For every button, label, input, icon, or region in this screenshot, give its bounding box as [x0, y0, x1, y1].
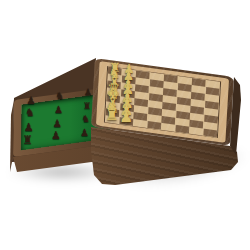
black-chess-piece: ♟	[84, 87, 92, 96]
black-chess-piece: ♜	[83, 101, 91, 110]
black-chess-piece: ♜	[22, 135, 32, 147]
black-chess-piece: ♞	[55, 91, 64, 101]
black-chess-piece: ♟	[51, 131, 61, 142]
black-chess-piece: ♟	[26, 95, 35, 106]
chess-set-product-photo: ♜♞♝♛♚♝♞♜♟♟♟♟♟♟♟♟ ♟♞♟♞♟♜♟♟♞♜♟♟	[0, 0, 250, 250]
white-chess-piece: ♟	[119, 109, 133, 124]
black-chess-piece: ♟	[54, 105, 63, 115]
black-chess-piece: ♟	[80, 128, 89, 138]
white-chess-piece: ♜	[105, 107, 119, 123]
black-chess-piece: ♟	[24, 122, 34, 133]
black-chess-piece: ♞	[81, 114, 90, 124]
black-chess-piece: ♟	[52, 118, 61, 129]
black-chess-piece: ♞	[25, 108, 35, 119]
